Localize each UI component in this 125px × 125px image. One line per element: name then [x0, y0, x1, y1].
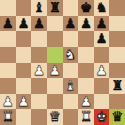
- white-pawn[interactable]: ♟: [80, 94, 92, 108]
- square-g5[interactable]: [94, 47, 110, 63]
- black-king[interactable]: ♚: [80, 1, 92, 15]
- square-f3[interactable]: [78, 78, 94, 94]
- square-f6[interactable]: [78, 31, 94, 47]
- white-king[interactable]: ♚: [96, 110, 108, 124]
- white-pawn[interactable]: ♟: [49, 63, 61, 77]
- square-a2[interactable]: ♟: [0, 94, 16, 110]
- square-b5[interactable]: [16, 47, 32, 63]
- square-d5[interactable]: [47, 47, 63, 63]
- square-e3[interactable]: ♝: [63, 78, 79, 94]
- square-a4[interactable]: [0, 63, 16, 79]
- square-a6[interactable]: [0, 31, 16, 47]
- square-a1[interactable]: ♜: [0, 109, 16, 125]
- square-d6[interactable]: [47, 31, 63, 47]
- square-d7[interactable]: [47, 16, 63, 32]
- white-knight[interactable]: ♞: [64, 47, 76, 61]
- square-f7[interactable]: ♟: [78, 16, 94, 32]
- square-c4[interactable]: ♟: [31, 63, 47, 79]
- square-a8[interactable]: [0, 0, 16, 16]
- black-bishop[interactable]: ♝: [33, 1, 45, 15]
- square-b6[interactable]: [16, 31, 32, 47]
- square-c7[interactable]: ♟: [31, 16, 47, 32]
- square-h1[interactable]: ♛: [109, 109, 125, 125]
- square-b4[interactable]: [16, 63, 32, 79]
- square-e7[interactable]: ♟: [63, 16, 79, 32]
- square-c3[interactable]: [31, 78, 47, 94]
- square-c5[interactable]: [31, 47, 47, 63]
- white-rook[interactable]: ♜: [2, 110, 14, 124]
- white-rook[interactable]: ♜: [80, 110, 92, 124]
- black-pawn[interactable]: ♟: [96, 16, 108, 30]
- square-f2[interactable]: ♟: [78, 94, 94, 110]
- square-e6[interactable]: [63, 31, 79, 47]
- white-pawn[interactable]: ♟: [2, 94, 14, 108]
- square-e2[interactable]: [63, 94, 79, 110]
- square-a3[interactable]: [0, 78, 16, 94]
- square-h2[interactable]: [109, 94, 125, 110]
- black-queen[interactable]: ♛: [111, 110, 123, 124]
- square-e4[interactable]: [63, 63, 79, 79]
- white-pawn[interactable]: ♟: [17, 94, 29, 108]
- white-bishop[interactable]: ♝: [64, 79, 76, 93]
- black-rook[interactable]: ♜: [49, 1, 61, 15]
- square-h8[interactable]: [109, 0, 125, 16]
- black-pawn[interactable]: ♟: [80, 16, 92, 30]
- square-c1[interactable]: [31, 109, 47, 125]
- chess-board: ♝♜♚♞♟♟♟♟♟♟♟♞♟♟♟♝♜♟♟♟♜♛♜♚♛: [0, 0, 125, 125]
- white-pawn[interactable]: ♟: [33, 63, 45, 77]
- square-a7[interactable]: ♟: [0, 16, 16, 32]
- black-pawn[interactable]: ♟: [96, 32, 108, 46]
- white-queen[interactable]: ♛: [49, 110, 61, 124]
- square-h7[interactable]: [109, 16, 125, 32]
- square-d1[interactable]: ♛: [47, 109, 63, 125]
- square-e1[interactable]: [63, 109, 79, 125]
- square-g1[interactable]: ♚: [94, 109, 110, 125]
- square-g2[interactable]: [94, 94, 110, 110]
- square-g7[interactable]: ♟: [94, 16, 110, 32]
- square-e5[interactable]: ♞: [63, 47, 79, 63]
- black-pawn[interactable]: ♟: [64, 16, 76, 30]
- square-b3[interactable]: [16, 78, 32, 94]
- square-f4[interactable]: [78, 63, 94, 79]
- square-f5[interactable]: [78, 47, 94, 63]
- black-pawn[interactable]: ♟: [2, 16, 14, 30]
- square-f1[interactable]: ♜: [78, 109, 94, 125]
- black-knight[interactable]: ♞: [96, 1, 108, 15]
- square-f8[interactable]: ♚: [78, 0, 94, 16]
- square-d4[interactable]: ♟: [47, 63, 63, 79]
- square-c6[interactable]: [31, 31, 47, 47]
- square-c2[interactable]: [31, 94, 47, 110]
- square-h3[interactable]: ♜: [109, 78, 125, 94]
- square-h4[interactable]: [109, 63, 125, 79]
- square-a5[interactable]: [0, 47, 16, 63]
- square-h6[interactable]: [109, 31, 125, 47]
- black-pawn[interactable]: ♟: [17, 16, 29, 30]
- square-g8[interactable]: ♞: [94, 0, 110, 16]
- square-c8[interactable]: ♝: [31, 0, 47, 16]
- square-b1[interactable]: [16, 109, 32, 125]
- square-g6[interactable]: ♟: [94, 31, 110, 47]
- white-pawn[interactable]: ♟: [96, 63, 108, 77]
- square-d3[interactable]: [47, 78, 63, 94]
- square-g4[interactable]: ♟: [94, 63, 110, 79]
- square-g3[interactable]: [94, 78, 110, 94]
- black-pawn[interactable]: ♟: [33, 16, 45, 30]
- square-h5[interactable]: [109, 47, 125, 63]
- black-rook[interactable]: ♜: [111, 79, 123, 93]
- square-d2[interactable]: [47, 94, 63, 110]
- square-b2[interactable]: ♟: [16, 94, 32, 110]
- square-d8[interactable]: ♜: [47, 0, 63, 16]
- square-b8[interactable]: [16, 0, 32, 16]
- square-e8[interactable]: [63, 0, 79, 16]
- square-b7[interactable]: ♟: [16, 16, 32, 32]
